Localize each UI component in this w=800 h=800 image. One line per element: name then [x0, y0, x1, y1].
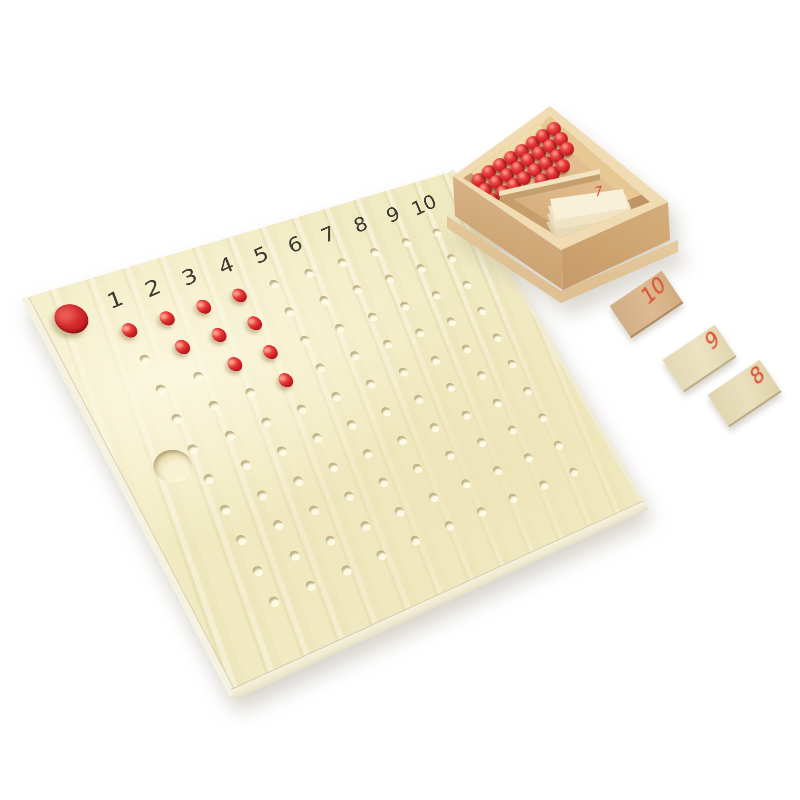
hole-c5-r3[interactable]: [299, 334, 312, 345]
hole-c6-r1[interactable]: [302, 268, 315, 279]
hole-c9-r9[interactable]: [522, 452, 534, 463]
hole-c1-r8[interactable]: [234, 534, 248, 547]
hole-c5-r9[interactable]: [393, 505, 406, 517]
hole-c5-r2[interactable]: [283, 306, 296, 317]
hole-c8-r5[interactable]: [429, 355, 442, 366]
hole-c3-r7[interactable]: [291, 475, 305, 487]
hole-c10-r10[interactable]: [568, 466, 580, 477]
bead-c2-r2[interactable]: [172, 338, 193, 356]
bead-c3-r2[interactable]: [209, 326, 229, 344]
hole-c6-r3[interactable]: [333, 323, 346, 334]
hole-c6-r5[interactable]: [364, 378, 377, 389]
hole-c5-r10[interactable]: [409, 534, 422, 546]
hole-c9-r7[interactable]: [491, 397, 503, 408]
hole-c9-r6[interactable]: [476, 370, 488, 381]
box-bead-24[interactable]: [560, 142, 574, 156]
hole-c2-r6[interactable]: [239, 459, 253, 471]
card-9-label: 9: [698, 328, 724, 355]
hole-c1-r3[interactable]: [153, 383, 167, 395]
hole-c3-r8[interactable]: [307, 504, 321, 517]
hole-c4-r7[interactable]: [327, 461, 340, 473]
hole-c8-r7[interactable]: [460, 409, 473, 420]
hole-c3-r6[interactable]: [275, 445, 289, 457]
hole-c7-r8[interactable]: [444, 450, 457, 462]
hole-c7-r6[interactable]: [412, 394, 425, 405]
hole-c10-r6[interactable]: [506, 359, 518, 370]
hole-c4-r9[interactable]: [359, 520, 372, 533]
bead-c2-r1[interactable]: [157, 309, 178, 327]
hole-c5-r6[interactable]: [346, 419, 359, 431]
hole-c7-r7[interactable]: [428, 422, 441, 434]
hole-c6-r2[interactable]: [317, 295, 330, 306]
hole-c5-r8[interactable]: [377, 476, 390, 488]
hole-c5-r1[interactable]: [268, 278, 281, 289]
hole-c9-r4[interactable]: [445, 316, 457, 327]
hole-c1-r6[interactable]: [201, 473, 215, 486]
card-8-label: 8: [743, 363, 769, 390]
hole-c10-r5[interactable]: [491, 332, 503, 343]
hole-c8-r1[interactable]: [368, 247, 381, 258]
hole-c8-r8[interactable]: [475, 437, 488, 449]
hole-c2-r4[interactable]: [207, 400, 221, 412]
hole-c4-r5[interactable]: [295, 403, 308, 415]
hole-c3-r5[interactable]: [259, 416, 273, 428]
number-card-8[interactable]: 8: [707, 360, 781, 428]
hole-c8-r4[interactable]: [414, 327, 427, 338]
hole-c2-r7[interactable]: [255, 489, 269, 502]
hole-c1-r2[interactable]: [138, 354, 152, 366]
hole-c1-r7[interactable]: [218, 503, 232, 516]
bead-c4-r3[interactable]: [261, 343, 281, 361]
hole-c1-r5[interactable]: [185, 443, 199, 456]
bead-c4-r1[interactable]: [230, 287, 250, 304]
hole-c4-r10[interactable]: [375, 549, 388, 562]
hole-c7-r10[interactable]: [475, 506, 488, 518]
hole-c9-r2[interactable]: [415, 263, 427, 274]
hole-c6-r4[interactable]: [348, 350, 361, 361]
hole-c8-r3[interactable]: [398, 300, 411, 311]
bead-c4-r4[interactable]: [276, 371, 296, 389]
hole-c4-r8[interactable]: [343, 490, 356, 502]
hole-c9-r5[interactable]: [460, 343, 472, 354]
hole-c6-r6[interactable]: [379, 406, 392, 418]
hole-c4-r6[interactable]: [311, 432, 324, 444]
hole-c1-r9[interactable]: [250, 565, 264, 578]
hole-c1-r4[interactable]: [169, 413, 183, 425]
box-bead-27[interactable]: [556, 159, 570, 173]
hole-c2-r8[interactable]: [271, 519, 285, 532]
hole-c3-r10[interactable]: [340, 564, 354, 577]
hole-c2-r9[interactable]: [287, 549, 301, 562]
bead-c1-r1[interactable]: [119, 321, 140, 339]
hole-c1-r10[interactable]: [267, 595, 281, 608]
hole-c8-r10[interactable]: [507, 493, 520, 505]
hole-c5-r7[interactable]: [361, 448, 374, 460]
hole-c9-r10[interactable]: [538, 479, 550, 491]
hole-c5-r5[interactable]: [330, 391, 343, 403]
hole-c6-r8[interactable]: [411, 463, 424, 475]
hole-c3-r9[interactable]: [324, 534, 338, 547]
hole-c3-r4[interactable]: [244, 387, 258, 399]
bead-c4-r2[interactable]: [245, 315, 265, 332]
hole-c10-r9[interactable]: [552, 439, 564, 450]
hole-c10-r8[interactable]: [537, 412, 549, 423]
hole-c2-r10[interactable]: [304, 580, 318, 593]
scene: 12345678910 7 10 9: [0, 0, 800, 800]
hole-c2-r3[interactable]: [191, 371, 205, 383]
hole-c8-r2[interactable]: [383, 274, 396, 285]
hole-c6-r7[interactable]: [395, 435, 408, 447]
hole-c7-r5[interactable]: [397, 366, 410, 377]
hole-c6-r9[interactable]: [427, 491, 440, 503]
hole-c7-r3[interactable]: [366, 311, 379, 322]
hole-c6-r10[interactable]: [443, 520, 456, 532]
hole-c7-r4[interactable]: [381, 339, 394, 350]
hole-c5-r4[interactable]: [314, 362, 327, 374]
hole-c7-r9[interactable]: [459, 478, 472, 490]
hole-c8-r9[interactable]: [491, 465, 504, 477]
hole-c9-r1[interactable]: [400, 237, 412, 247]
hole-c7-r2[interactable]: [351, 284, 364, 295]
bead-c3-r3[interactable]: [225, 355, 245, 373]
hole-c9-r8[interactable]: [507, 424, 519, 435]
hole-c8-r6[interactable]: [444, 382, 457, 393]
hole-c2-r5[interactable]: [223, 429, 237, 441]
bead-c3-r1[interactable]: [194, 298, 214, 315]
hole-c7-r1[interactable]: [336, 257, 349, 268]
hole-c10-r7[interactable]: [522, 385, 534, 396]
